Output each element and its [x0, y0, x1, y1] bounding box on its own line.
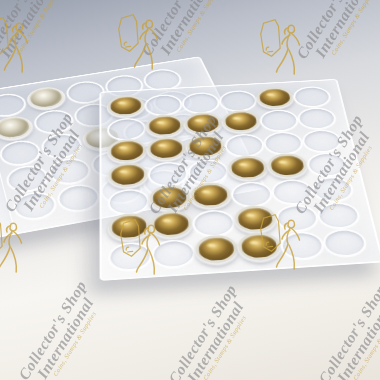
coin-slot	[224, 133, 266, 158]
coin-slot	[147, 161, 189, 187]
gold-coin	[147, 136, 187, 161]
watermark-text: Collector's ShopInternationalCoins, Stam…	[0, 0, 71, 73]
coin-slot	[262, 131, 305, 156]
gold-coin	[146, 114, 185, 138]
gold-coin	[108, 138, 147, 163]
coin-slot	[236, 233, 283, 263]
coin-slot	[227, 156, 270, 182]
coin-slot	[107, 117, 146, 141]
coin-slot	[181, 91, 221, 114]
coin-slot	[144, 93, 183, 116]
watermark-tagline: Coins, Stamps & Supplies	[4, 0, 71, 73]
front-coin-tray	[99, 79, 380, 281]
coin-slot	[38, 131, 85, 161]
watermark-line2: International	[329, 290, 380, 380]
coin-slot	[230, 180, 274, 207]
gold-coin	[255, 86, 295, 109]
coin-slot	[107, 163, 148, 189]
coin-slot	[279, 230, 327, 260]
coin-slot	[300, 128, 344, 153]
coin-slot	[31, 107, 77, 136]
watermark-line2: International	[0, 0, 64, 69]
coin-slot	[107, 139, 147, 164]
coin-slot	[108, 241, 152, 272]
coin-slot	[11, 189, 60, 223]
coin-slot	[108, 188, 150, 216]
product-photo: Collector's ShopInternationalCoins, Stam…	[0, 0, 380, 380]
coin-slot	[321, 228, 369, 258]
watermark-line2: International	[307, 0, 380, 69]
watermark-tagline: Coins, Stamps & Supplies	[41, 294, 108, 380]
watermark-pinup-figure-icon	[3, 21, 33, 75]
coin-slot	[4, 163, 52, 195]
coin-slot	[221, 111, 262, 135]
coin-slot	[255, 87, 296, 110]
coin-slot	[146, 137, 187, 162]
coin-slot	[183, 113, 223, 137]
watermark-tagline: Coins, Stamps & Supplies	[319, 0, 380, 73]
coin-slot	[305, 151, 350, 177]
coin-slot	[24, 85, 69, 112]
coin-slot	[291, 85, 332, 108]
gold-coin	[237, 231, 283, 261]
gold-coin	[190, 181, 233, 208]
gold-coin	[149, 184, 191, 212]
coin-slot	[266, 154, 310, 180]
watermark-line2: International	[152, 0, 225, 66]
watermark-pinup-figure-icon	[275, 23, 305, 77]
watermark-tagline: Coins, Stamps & Supplies	[191, 298, 258, 380]
gold-coin	[107, 94, 144, 117]
watermark-line1: Collector's Shop	[316, 282, 380, 380]
gold-coin	[108, 162, 148, 188]
coin-slot	[185, 135, 226, 160]
coin-slot	[310, 176, 356, 203]
coin-slot	[0, 138, 44, 169]
watermark-line1: Collector's Shop	[16, 278, 89, 380]
gold-coin	[150, 210, 193, 239]
watermark-text: Collector's ShopInternationalCoins, Stam…	[316, 282, 380, 380]
coin-slot	[149, 185, 192, 213]
coin-slot	[150, 211, 194, 240]
coin-slot	[46, 156, 94, 188]
gold-coin	[194, 234, 239, 264]
gold-coin	[185, 134, 225, 159]
watermark-text: Collector's ShopInternationalCoins, Stam…	[16, 278, 108, 380]
watermark-line1: Collector's Shop	[166, 282, 239, 380]
coin-slot	[296, 106, 338, 130]
watermark-tagline: Coins, Stamps & Supplies	[341, 298, 380, 380]
watermark-line2: International	[29, 286, 102, 380]
watermark-line1: Collector's Shop	[0, 0, 52, 61]
coin-slot	[145, 115, 185, 139]
coin-slot	[54, 181, 104, 214]
gold-coin	[227, 155, 269, 181]
coin-slot	[270, 178, 315, 205]
coin-slot	[151, 238, 196, 269]
coin-slot	[189, 183, 233, 211]
coin-slot	[0, 114, 36, 143]
watermark-frame-icon	[255, 17, 287, 61]
watermark-line1: Collector's Shop	[139, 0, 212, 58]
watermark-frame-icon	[113, 12, 145, 56]
watermark-line1: Collector's Shop	[294, 0, 367, 61]
watermark-frame-icon	[0, 15, 15, 59]
coin-slot	[108, 214, 151, 243]
watermark-line2: International	[179, 290, 252, 380]
front-tray-grid	[101, 80, 380, 279]
watermark-text: Collector's ShopInternationalCoins, Stam…	[166, 282, 258, 380]
gold-coin	[183, 111, 222, 135]
coin-slot	[233, 206, 279, 235]
gold-coin	[266, 152, 309, 178]
coin-slot	[274, 203, 320, 232]
coin-slot	[218, 89, 258, 112]
gold-coin	[221, 109, 261, 133]
coin-slot	[0, 91, 29, 119]
coin-slot	[194, 236, 240, 266]
gold-coin	[108, 212, 150, 241]
coin-slot	[107, 95, 145, 118]
gold-coin	[233, 204, 277, 233]
coin-slot	[258, 108, 300, 132]
watermark-text: Collector's ShopInternationalCoins, Stam…	[294, 0, 380, 73]
silver-coin	[25, 85, 66, 111]
coin-slot	[191, 209, 236, 238]
silver-coin	[0, 114, 34, 141]
coin-slot	[187, 158, 229, 184]
coin-slot	[315, 201, 362, 230]
